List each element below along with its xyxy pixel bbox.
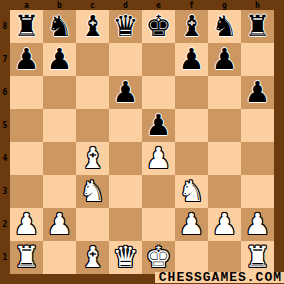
rank-labels: 87654321 [0,10,10,274]
white-pawn[interactable]: ♟ [43,208,76,241]
square-f7[interactable]: ♟ [175,43,208,76]
square-c7[interactable] [76,43,109,76]
white-queen[interactable]: ♛ [109,241,142,274]
square-g8[interactable]: ♞ [208,10,241,43]
square-g6[interactable] [208,76,241,109]
square-a8[interactable]: ♜ [10,10,43,43]
rank-label-7: 7 [0,43,10,76]
square-b5[interactable] [43,109,76,142]
black-knight[interactable]: ♞ [208,10,241,43]
square-d6[interactable]: ♟ [109,76,142,109]
square-b7[interactable]: ♟ [43,43,76,76]
white-pawn[interactable]: ♟ [241,208,274,241]
square-f8[interactable]: ♝ [175,10,208,43]
black-knight[interactable]: ♞ [43,10,76,43]
square-h4[interactable] [241,142,274,175]
square-d3[interactable] [109,175,142,208]
square-f6[interactable] [175,76,208,109]
white-pawn[interactable]: ♟ [208,208,241,241]
black-bishop[interactable]: ♝ [76,10,109,43]
rank-label-8: 8 [0,10,10,43]
square-h8[interactable]: ♜ [241,10,274,43]
square-e2[interactable] [142,208,175,241]
square-a6[interactable] [10,76,43,109]
black-pawn[interactable]: ♟ [10,43,43,76]
black-bishop[interactable]: ♝ [175,10,208,43]
square-b4[interactable] [43,142,76,175]
chess-board: ♜♞♝♛♚♝♞♜♟♟♟♟♟♟♟♝♟♞♞♟♟♟♟♟♜♝♛♚♜ [10,10,274,274]
square-f5[interactable] [175,109,208,142]
white-bishop[interactable]: ♝ [76,241,109,274]
square-h6[interactable]: ♟ [241,76,274,109]
white-pawn[interactable]: ♟ [10,208,43,241]
square-g3[interactable] [208,175,241,208]
square-e6[interactable] [142,76,175,109]
square-h2[interactable]: ♟ [241,208,274,241]
square-d2[interactable] [109,208,142,241]
square-g5[interactable] [208,109,241,142]
square-b1[interactable] [43,241,76,274]
black-pawn[interactable]: ♟ [142,109,175,142]
square-g4[interactable] [208,142,241,175]
square-c3[interactable]: ♞ [76,175,109,208]
white-pawn[interactable]: ♟ [142,142,175,175]
black-pawn[interactable]: ♟ [175,43,208,76]
black-pawn[interactable]: ♟ [241,76,274,109]
black-pawn[interactable]: ♟ [208,43,241,76]
square-b6[interactable] [43,76,76,109]
rank-label-5: 5 [0,109,10,142]
square-b8[interactable]: ♞ [43,10,76,43]
square-c6[interactable] [76,76,109,109]
black-pawn[interactable]: ♟ [43,43,76,76]
square-e7[interactable] [142,43,175,76]
square-b3[interactable] [43,175,76,208]
rank-label-1: 1 [0,241,10,274]
rank-label-4: 4 [0,142,10,175]
white-pawn[interactable]: ♟ [175,208,208,241]
square-a5[interactable] [10,109,43,142]
square-a2[interactable]: ♟ [10,208,43,241]
square-c2[interactable] [76,208,109,241]
white-rook[interactable]: ♜ [10,241,43,274]
square-a7[interactable]: ♟ [10,43,43,76]
square-e5[interactable]: ♟ [142,109,175,142]
square-d5[interactable] [109,109,142,142]
square-c1[interactable]: ♝ [76,241,109,274]
square-h5[interactable] [241,109,274,142]
square-f4[interactable] [175,142,208,175]
square-e3[interactable] [142,175,175,208]
square-f2[interactable]: ♟ [175,208,208,241]
rank-label-6: 6 [0,76,10,109]
square-d1[interactable]: ♛ [109,241,142,274]
square-c4[interactable]: ♝ [76,142,109,175]
square-d4[interactable] [109,142,142,175]
black-rook[interactable]: ♜ [241,10,274,43]
square-f3[interactable]: ♞ [175,175,208,208]
black-rook[interactable]: ♜ [10,10,43,43]
chess-board-diagram: abcdefgh 87654321 ♜♞♝♛♚♝♞♜♟♟♟♟♟♟♟♝♟♞♞♟♟♟… [0,0,284,284]
white-bishop[interactable]: ♝ [76,142,109,175]
square-g7[interactable]: ♟ [208,43,241,76]
square-e8[interactable]: ♚ [142,10,175,43]
square-c5[interactable] [76,109,109,142]
square-h3[interactable] [241,175,274,208]
site-watermark: CHESSGAMES.COM [155,272,284,283]
black-queen[interactable]: ♛ [109,10,142,43]
square-b2[interactable]: ♟ [43,208,76,241]
black-king[interactable]: ♚ [142,10,175,43]
square-e4[interactable]: ♟ [142,142,175,175]
square-d7[interactable] [109,43,142,76]
rank-label-2: 2 [0,208,10,241]
square-h7[interactable] [241,43,274,76]
white-knight[interactable]: ♞ [175,175,208,208]
white-knight[interactable]: ♞ [76,175,109,208]
square-a1[interactable]: ♜ [10,241,43,274]
square-a4[interactable] [10,142,43,175]
square-g2[interactable]: ♟ [208,208,241,241]
black-pawn[interactable]: ♟ [109,76,142,109]
rank-label-3: 3 [0,175,10,208]
square-d8[interactable]: ♛ [109,10,142,43]
square-c8[interactable]: ♝ [76,10,109,43]
square-a3[interactable] [10,175,43,208]
